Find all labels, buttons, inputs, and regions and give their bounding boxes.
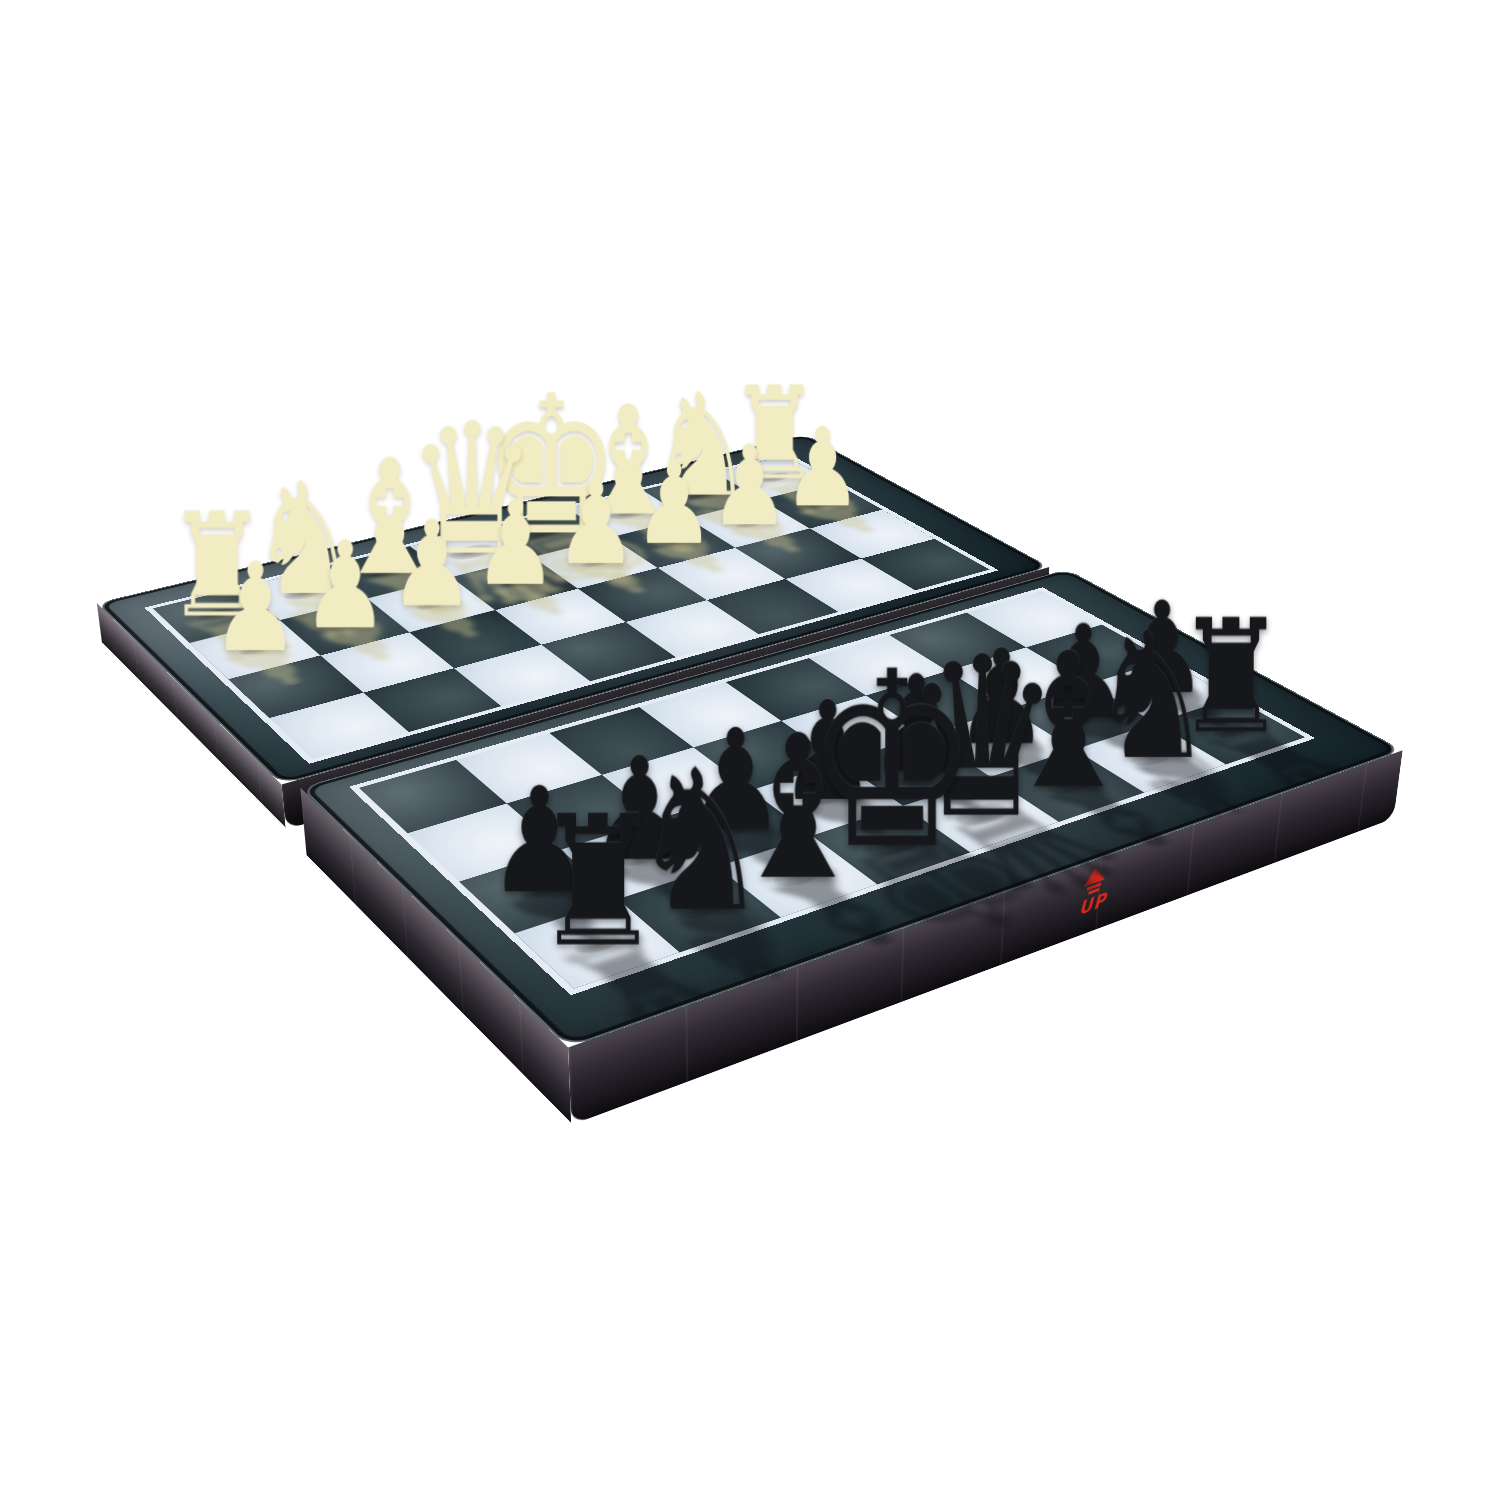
up-label: UP <box>1055 855 1132 927</box>
square-a8: ♜♜ <box>515 899 680 988</box>
product-photo: ♜♜♞♞♝♝♛♛♚♚♝♝♞♞♜♜♟♟♟♟♟♟♟♟♟♟♟♟♟♟♟♟ UP ♟♟♟♟… <box>0 0 1500 1500</box>
folding-chess-board: ♜♜♞♞♝♝♛♛♚♚♝♝♞♞♜♜♟♟♟♟♟♟♟♟♟♟♟♟♟♟♟♟ UP ♟♟♟♟… <box>97 434 1394 1052</box>
